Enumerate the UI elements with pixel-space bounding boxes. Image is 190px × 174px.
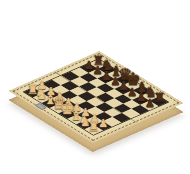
chess-board: ♜♞♝♛♚♝♞♜♟♟♟♟♟♟♟♟♟♟♟♟♟♟♟♟♜♞♝♛♚♝♞♜ bbox=[9, 51, 184, 143]
rook-glyph: ♜ bbox=[84, 120, 104, 133]
chess-set-photo[interactable]: ♜♞♝♛♚♝♞♜♟♟♟♟♟♟♟♟♟♟♟♟♟♟♟♟♜♞♝♛♚♝♞♜ bbox=[0, 0, 190, 174]
